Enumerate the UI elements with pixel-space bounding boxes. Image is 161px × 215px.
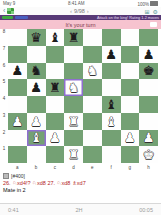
move-timer: 00:05	[139, 207, 153, 213]
piece-black-rook: ♜	[49, 81, 61, 94]
square-e4[interactable]	[83, 96, 102, 113]
puzzle-number: [#400]	[11, 173, 25, 179]
chat-bubble-icon[interactable]	[150, 22, 157, 27]
piece-black-pawn: ♟	[105, 48, 117, 61]
square-c8[interactable]: ♝	[46, 29, 65, 46]
square-b3[interactable]: ♟	[27, 113, 46, 130]
square-g4[interactable]	[121, 96, 140, 113]
square-h7[interactable]: ♟	[139, 46, 158, 63]
square-g1[interactable]	[121, 146, 140, 163]
rank-label-5: 5	[0, 79, 8, 96]
square-d4[interactable]	[64, 96, 83, 113]
square-g5[interactable]	[121, 79, 140, 96]
square-e5[interactable]	[83, 79, 102, 96]
square-f2[interactable]	[102, 130, 121, 147]
piece-white-king: ♚	[143, 148, 155, 161]
hint-counter[interactable]: 2H	[75, 207, 82, 213]
board-thumbnail-icon	[3, 173, 9, 179]
file-label-f: f	[102, 163, 121, 171]
file-label-a: a	[8, 163, 27, 171]
square-f6[interactable]	[102, 63, 121, 80]
square-e6[interactable]: ♞	[83, 63, 102, 80]
square-b4[interactable]	[27, 96, 46, 113]
square-a6[interactable]: ♟	[8, 63, 27, 80]
piece-white-pawn: ♟	[12, 115, 24, 128]
grid-icon[interactable]: ⊞	[145, 8, 150, 15]
square-e3[interactable]	[83, 113, 102, 130]
square-h4[interactable]	[139, 96, 158, 113]
square-b7[interactable]	[27, 46, 46, 63]
task-label: Mate in 2	[3, 187, 158, 193]
square-b5[interactable]: ♟	[27, 79, 46, 96]
square-b6[interactable]: ♞	[27, 63, 46, 80]
course-title: Attack on the king! Rating 1-2 moves	[97, 16, 159, 20]
notation-panel: [#400] 26. ♘xd4!? ♘xd8 27. ♘xd8 ♗xd7 Mat…	[3, 173, 158, 193]
piece-white-knight: ♞	[68, 81, 80, 94]
square-g7[interactable]	[121, 46, 140, 63]
piece-black-queen: ♛	[30, 31, 42, 44]
turn-message: It's your turn	[65, 22, 95, 28]
square-c2[interactable]: ♟	[46, 130, 65, 147]
status-time: 8:41 AM	[68, 1, 85, 6]
square-e8[interactable]	[83, 29, 102, 46]
battery-icon	[150, 1, 158, 6]
rank-label-1: 1	[0, 146, 8, 163]
square-a1[interactable]	[8, 146, 27, 163]
square-d5[interactable]: ♞	[64, 79, 83, 96]
piece-black-pawn: ♟	[143, 48, 155, 61]
piece-black-knight: ♞	[30, 64, 42, 77]
square-b1[interactable]	[27, 146, 46, 163]
square-h5[interactable]	[139, 79, 158, 96]
square-c4[interactable]	[46, 96, 65, 113]
square-f4[interactable]: ♝	[102, 96, 121, 113]
rank-labels: 87654321	[0, 29, 8, 163]
piece-black-pawn: ♟	[12, 64, 24, 77]
square-a3[interactable]: ♟	[8, 113, 27, 130]
rank-label-4: 4	[0, 96, 8, 113]
piece-white-knight: ♞	[87, 64, 99, 77]
square-e1[interactable]	[83, 146, 102, 163]
file-label-g: g	[121, 163, 140, 171]
piece-white-pawn: ♟	[30, 115, 42, 128]
next-puzzle-button[interactable]: ›	[87, 8, 89, 14]
file-label-c: c	[46, 163, 65, 171]
square-a8[interactable]	[8, 29, 27, 46]
piece-black-bishop: ♝	[49, 31, 61, 44]
progress-segment-blue	[15, 16, 28, 19]
back-button[interactable]: ‹	[3, 7, 5, 15]
file-label-d: d	[64, 163, 83, 171]
square-h6[interactable]: ♚	[139, 63, 158, 80]
square-a4[interactable]	[8, 96, 27, 113]
piece-white-rook: ♜	[68, 115, 80, 128]
file-labels: abcdefgh	[8, 163, 158, 171]
square-d2[interactable]	[64, 130, 83, 147]
status-date: May 9	[3, 1, 15, 6]
turn-bar: It's your turn	[0, 20, 161, 29]
square-g3[interactable]	[121, 113, 140, 130]
prev-puzzle-button[interactable]: ‹	[70, 8, 72, 14]
square-e2[interactable]	[83, 130, 102, 147]
square-d8[interactable]: ♜	[64, 29, 83, 46]
app-screen: May 9 8:41 AM 100% ‹ ‹ 9/98 › ⊞ ⚙ Attack…	[0, 0, 161, 215]
square-c1[interactable]	[46, 146, 65, 163]
square-d7[interactable]	[64, 46, 83, 63]
square-h2[interactable]: ♟	[139, 130, 158, 147]
piece-black-king: ♚	[143, 64, 155, 77]
progress-segment-green	[2, 16, 13, 19]
status-battery: 100%	[137, 1, 158, 7]
piece-black-rook: ♜	[68, 31, 80, 44]
piece-white-bishop: ♝	[105, 115, 117, 128]
app-board-icon[interactable]	[7, 8, 14, 14]
square-c3[interactable]	[46, 113, 65, 130]
piece-white-pawn: ♟	[49, 131, 61, 144]
move-list[interactable]: 26. ♘xd4!? ♘xd8 27. ♘xd8 ♗xd7	[3, 180, 158, 186]
status-bar: May 9 8:41 AM 100%	[0, 0, 161, 7]
square-h3[interactable]	[139, 113, 158, 130]
rank-label-3: 3	[0, 113, 8, 130]
square-h1[interactable]: ♚	[139, 146, 158, 163]
square-f3[interactable]: ♝	[102, 113, 121, 130]
square-d1[interactable]: ♜	[64, 146, 83, 163]
square-f8[interactable]	[102, 29, 121, 46]
piece-white-pawn: ♟	[143, 131, 155, 144]
piece-black-pawn: ♟	[30, 81, 42, 94]
square-f5[interactable]	[102, 79, 121, 96]
square-g6[interactable]	[121, 63, 140, 80]
square-f7[interactable]: ♟	[102, 46, 121, 63]
square-c7[interactable]	[46, 46, 65, 63]
square-g8[interactable]	[121, 29, 140, 46]
rank-label-7: 7	[0, 46, 8, 63]
square-c5[interactable]: ♜	[46, 79, 65, 96]
total-timer: 0:41	[8, 207, 19, 213]
gear-icon[interactable]: ⚙	[153, 8, 158, 15]
piece-black-bishop: ♝	[105, 98, 117, 111]
file-label-h: h	[139, 163, 158, 171]
bottom-bar: 0:41 2H 00:05	[0, 203, 161, 215]
square-a5[interactable]	[8, 79, 27, 96]
rank-label-2: 2	[0, 130, 8, 147]
piece-white-pawn: ♟	[124, 131, 136, 144]
nav-bar: ‹ ‹ 9/98 › ⊞ ⚙	[0, 7, 161, 15]
square-c6[interactable]	[46, 63, 65, 80]
file-label-e: e	[83, 163, 102, 171]
square-b8[interactable]: ♛	[27, 29, 46, 46]
square-e7[interactable]	[83, 46, 102, 63]
square-g2[interactable]: ♟	[121, 130, 140, 147]
square-h8[interactable]	[139, 29, 158, 46]
square-a7[interactable]	[8, 46, 27, 63]
file-label-b: b	[27, 163, 46, 171]
piece-white-rook: ♜	[68, 148, 80, 161]
square-a2[interactable]	[8, 130, 27, 147]
square-b2[interactable]: ♝	[27, 130, 46, 147]
rank-label-6: 6	[0, 63, 8, 80]
square-f1[interactable]	[102, 146, 121, 163]
puzzle-counter: 9/98	[74, 8, 85, 14]
square-d3[interactable]: ♜	[64, 113, 83, 130]
piece-white-bishop: ♝	[30, 131, 42, 144]
square-d6[interactable]	[64, 63, 83, 80]
chess-board: ♛♝♜♟♟♟♞♞♚♟♜♞♝♟♟♜♝♝♟♟♟♜♚	[8, 29, 158, 163]
rank-label-8: 8	[0, 29, 8, 46]
